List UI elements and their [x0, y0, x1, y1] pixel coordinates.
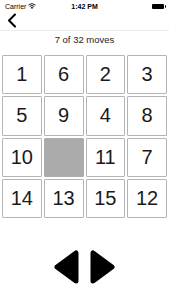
chevron-left-icon — [7, 13, 17, 31]
battery-area — [98, 4, 164, 9]
moves-counter: 7 of 32 moves — [0, 34, 169, 45]
previous-move-button[interactable] — [54, 251, 80, 285]
wifi-icon — [28, 3, 36, 11]
next-move-button[interactable] — [89, 251, 115, 285]
tile-5[interactable]: 5 — [2, 96, 42, 135]
tile-4[interactable]: 4 — [86, 96, 126, 135]
nav-bar — [0, 13, 169, 31]
blank-cell — [44, 138, 84, 177]
puzzle-grid: 162359481011714131512 — [2, 55, 167, 218]
carrier-area: Carrier — [5, 3, 71, 11]
tile-1[interactable]: 1 — [2, 55, 42, 94]
battery-icon — [152, 4, 164, 9]
tile-8[interactable]: 8 — [127, 96, 167, 135]
tile-11[interactable]: 11 — [86, 138, 126, 177]
tile-12[interactable]: 12 — [127, 179, 167, 218]
tile-3[interactable]: 3 — [127, 55, 167, 94]
tile-2[interactable]: 2 — [86, 55, 126, 94]
tile-6[interactable]: 6 — [44, 55, 84, 94]
tile-13[interactable]: 13 — [44, 179, 84, 218]
tile-14[interactable]: 14 — [2, 179, 42, 218]
replay-controls — [0, 251, 169, 285]
next-move-icon — [89, 250, 115, 287]
previous-move-icon — [54, 250, 80, 287]
tile-15[interactable]: 15 — [86, 179, 126, 218]
back-button[interactable] — [5, 13, 19, 30]
clock: 1:42 PM — [71, 3, 97, 10]
tile-10[interactable]: 10 — [2, 138, 42, 177]
tile-9[interactable]: 9 — [44, 96, 84, 135]
status-bar: Carrier 1:42 PM — [0, 0, 169, 13]
tile-7[interactable]: 7 — [127, 138, 167, 177]
carrier-label: Carrier — [5, 3, 26, 10]
